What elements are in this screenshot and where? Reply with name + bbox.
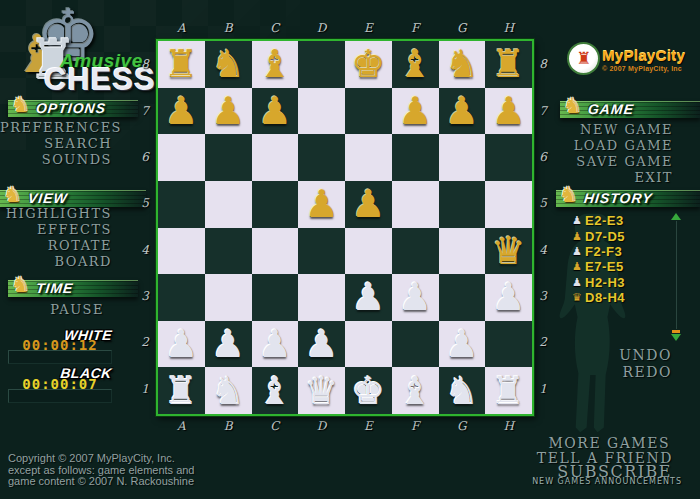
rank-labels-left: 87654321 — [137, 41, 153, 412]
new-games-announcements-link[interactable]: NEW GAMES ANNOUNCEMENTS — [532, 477, 682, 486]
coord-label-1: 1 — [137, 366, 153, 412]
white-bishop-piece: ♝ — [258, 372, 292, 410]
file-labels-bottom: ABCDEFGH — [158, 419, 532, 433]
black-pawn-piece: ♟ — [211, 92, 245, 130]
file-labels-top: ABCDEFGH — [158, 21, 532, 35]
castle-icon: ♜ — [576, 50, 591, 67]
square-c3[interactable] — [252, 274, 299, 321]
menu-item-sounds[interactable]: SOUNDS — [0, 152, 112, 168]
history-move-text: D7-D5 — [585, 229, 625, 244]
copyright-line-3: game content © 2007 N. Rackoushine — [8, 476, 195, 488]
square-c1[interactable]: ♝ — [252, 367, 299, 414]
black-king-piece: ♚ — [351, 45, 385, 83]
white-rook-piece: ♜ — [164, 372, 198, 410]
white-pawn-piece: ♟ — [258, 325, 292, 363]
square-d7[interactable] — [298, 88, 345, 135]
square-a7[interactable]: ♟ — [158, 88, 205, 135]
menu-item-search[interactable]: SEARCH — [0, 136, 112, 152]
history-scroll-down-icon[interactable] — [671, 334, 681, 341]
square-d5[interactable]: ♟ — [298, 181, 345, 228]
menu-item-preferences[interactable]: PREFERENCES — [0, 120, 112, 136]
coord-label-a: A — [158, 419, 205, 433]
square-c4[interactable] — [252, 228, 299, 275]
square-f5[interactable] — [392, 181, 439, 228]
square-c2[interactable]: ♟ — [252, 321, 299, 368]
history-scrollbar-track[interactable] — [676, 221, 677, 329]
square-a4[interactable] — [158, 228, 205, 275]
black-knight-piece: ♞ — [211, 45, 245, 83]
white-pawn-piece: ♟ — [398, 278, 432, 316]
menu-item-load-game[interactable]: LOAD GAME — [561, 138, 673, 154]
coord-label-7: 7 — [137, 87, 153, 133]
coord-label-4: 4 — [535, 227, 551, 273]
square-f3[interactable]: ♟ — [392, 274, 439, 321]
square-d2[interactable]: ♟ — [298, 321, 345, 368]
history-move-text: E2-E3 — [585, 213, 624, 228]
menu-item-save-game[interactable]: SAVE GAME — [561, 154, 673, 170]
white-bishop-piece: ♝ — [398, 372, 432, 410]
myplaycity-title[interactable]: MyPlayCity — [602, 47, 685, 64]
square-e4[interactable] — [345, 228, 392, 275]
square-f8[interactable]: ♝ — [392, 41, 439, 88]
coord-label-8: 8 — [137, 41, 153, 87]
square-e6[interactable] — [345, 134, 392, 181]
square-f4[interactable] — [392, 228, 439, 275]
menu-item-highlights[interactable]: HIGHLIGHTS — [0, 206, 112, 222]
options-menu: PREFERENCESSEARCHSOUNDS — [0, 120, 112, 168]
square-b1[interactable]: ♞ — [205, 367, 252, 414]
square-d1[interactable]: ♛ — [298, 367, 345, 414]
coord-label-2: 2 — [137, 319, 153, 365]
white-knight-piece: ♞ — [211, 372, 245, 410]
white-pawn-icon: ♟ — [572, 246, 585, 257]
white-pawn-piece: ♟ — [305, 325, 339, 363]
history-move-e7-e5: ♟E7-E5 — [572, 259, 668, 274]
black-pawn-piece: ♟ — [351, 185, 385, 223]
square-h4[interactable]: ♛ — [485, 228, 532, 275]
black-pawn-icon: ♟ — [572, 231, 585, 242]
coord-label-c: C — [252, 419, 299, 433]
view-header: ♞ VIEW — [0, 190, 146, 207]
options-title: OPTIONS — [35, 100, 107, 116]
coord-label-5: 5 — [137, 180, 153, 226]
copyright-text: Copyright © 2007 MyPlayCity, Inc. except… — [8, 453, 195, 488]
black-queen-piece: ♛ — [492, 232, 526, 270]
square-h1[interactable]: ♜ — [485, 367, 532, 414]
black-clock-box — [8, 389, 112, 403]
black-queen-icon: ♛ — [572, 292, 585, 303]
menu-item-new-game[interactable]: NEW GAME — [561, 122, 673, 138]
black-rook-piece: ♜ — [492, 45, 526, 83]
black-pawn-piece: ♟ — [164, 92, 198, 130]
coord-label-b: B — [205, 419, 252, 433]
square-a6[interactable] — [158, 134, 205, 181]
history-move-e2-e3: ♟E2-E3 — [572, 213, 668, 228]
coord-label-e: E — [345, 419, 392, 433]
coord-label-b: B — [205, 21, 252, 35]
square-e8[interactable]: ♚ — [345, 41, 392, 88]
square-a3[interactable] — [158, 274, 205, 321]
undo-button[interactable]: UNDO — [619, 347, 672, 363]
square-g5[interactable] — [439, 181, 486, 228]
options-header: ♞ OPTIONS — [8, 100, 138, 117]
white-pawn-icon: ♟ — [572, 215, 585, 226]
black-pawn-piece: ♟ — [305, 185, 339, 223]
white-king-piece: ♚ — [351, 372, 385, 410]
square-g1[interactable]: ♞ — [439, 367, 486, 414]
more-games-link[interactable]: MORE GAMES — [549, 435, 670, 451]
coord-label-6: 6 — [137, 134, 153, 180]
square-f1[interactable]: ♝ — [392, 367, 439, 414]
square-h3[interactable]: ♟ — [485, 274, 532, 321]
coord-label-d: D — [298, 419, 345, 433]
square-b2[interactable]: ♟ — [205, 321, 252, 368]
black-pawn-icon: ♟ — [572, 261, 585, 272]
square-b8[interactable]: ♞ — [205, 41, 252, 88]
white-queen-piece: ♛ — [305, 372, 339, 410]
black-pawn-piece: ♟ — [492, 92, 526, 130]
square-b5[interactable] — [205, 181, 252, 228]
rank-labels-right: 87654321 — [535, 41, 551, 412]
coord-label-h: H — [485, 21, 532, 35]
white-knight-piece: ♞ — [445, 372, 479, 410]
black-bishop-piece: ♝ — [258, 45, 292, 83]
history-scroll-thumb[interactable] — [672, 330, 680, 333]
coord-label-3: 3 — [137, 273, 153, 319]
time-menu: PAUSE — [0, 302, 104, 318]
coord-label-8: 8 — [535, 41, 551, 87]
game-title: GAME — [587, 101, 635, 117]
square-a5[interactable] — [158, 181, 205, 228]
menu-item-rotate-board[interactable]: ROTATE BOARD — [0, 238, 112, 270]
menu-item-effects[interactable]: EFFECTS — [0, 222, 112, 238]
coord-label-6: 6 — [535, 134, 551, 180]
square-c5[interactable] — [252, 181, 299, 228]
square-e7[interactable] — [345, 88, 392, 135]
square-h2[interactable] — [485, 321, 532, 368]
square-g3[interactable] — [439, 274, 486, 321]
game-menu: NEW GAMELOAD GAMESAVE GAMEEXIT — [561, 122, 673, 186]
coord-label-5: 5 — [535, 180, 551, 226]
myplaycity-logo-icon[interactable]: ♜ — [567, 42, 600, 75]
square-d4[interactable] — [298, 228, 345, 275]
square-h5[interactable] — [485, 181, 532, 228]
square-g4[interactable] — [439, 228, 486, 275]
knight-icon: ♞ — [11, 275, 30, 296]
history-move-text: F2-F3 — [585, 244, 622, 259]
square-b4[interactable] — [205, 228, 252, 275]
redo-button[interactable]: REDO — [623, 364, 672, 380]
history-header: ♞ HISTORY — [556, 190, 700, 207]
coord-label-c: C — [252, 21, 299, 35]
knight-icon: ♞ — [11, 95, 30, 116]
view-menu: HIGHLIGHTSEFFECTSROTATE BOARD — [0, 206, 112, 270]
white-rook-piece: ♜ — [492, 372, 526, 410]
square-h8[interactable]: ♜ — [485, 41, 532, 88]
time-title: TIME — [35, 280, 74, 296]
coord-label-g: G — [439, 21, 486, 35]
square-d3[interactable] — [298, 274, 345, 321]
view-title: VIEW — [27, 190, 68, 206]
white-pawn-piece: ♟ — [351, 278, 385, 316]
time-header: ♞ TIME — [8, 280, 138, 297]
history-move-text: H2-H3 — [585, 275, 625, 290]
coord-label-2: 2 — [535, 319, 551, 365]
coord-label-3: 3 — [535, 273, 551, 319]
white-clock-box — [8, 350, 112, 364]
chess-board: ♜♞♝♚♝♞♜♟♟♟♟♟♟♟♟♛♟♟♟♟♟♟♟♟♜♞♝♛♚♝♞♜ — [158, 41, 532, 414]
black-knight-piece: ♞ — [445, 45, 479, 83]
coord-label-4: 4 — [137, 227, 153, 273]
square-b6[interactable] — [205, 134, 252, 181]
black-pawn-piece: ♟ — [398, 92, 432, 130]
board-frame: ♜♞♝♚♝♞♜♟♟♟♟♟♟♟♟♛♟♟♟♟♟♟♟♟♜♞♝♛♚♝♞♜ — [156, 39, 534, 416]
coord-label-e: E — [345, 21, 392, 35]
square-h6[interactable] — [485, 134, 532, 181]
coord-label-a: A — [158, 21, 205, 35]
square-f7[interactable]: ♟ — [392, 88, 439, 135]
square-d6[interactable] — [298, 134, 345, 181]
square-c6[interactable] — [252, 134, 299, 181]
myplaycity-copyright: © 2007 MyPlayCity, Inc — [602, 65, 682, 72]
square-e2[interactable] — [345, 321, 392, 368]
black-rook-piece: ♜ — [164, 45, 198, 83]
knight-icon: ♞ — [559, 185, 578, 206]
history-move-h2-h3: ♟H2-H3 — [572, 275, 668, 290]
black-bishop-piece: ♝ — [398, 45, 432, 83]
coord-label-g: G — [439, 419, 486, 433]
square-b7[interactable]: ♟ — [205, 88, 252, 135]
white-pawn-icon: ♟ — [572, 277, 585, 288]
menu-item-pause[interactable]: PAUSE — [0, 302, 104, 318]
white-pawn-piece: ♟ — [211, 325, 245, 363]
square-g7[interactable]: ♟ — [439, 88, 486, 135]
game-header: ♞ GAME — [560, 101, 700, 118]
square-g2[interactable]: ♟ — [439, 321, 486, 368]
white-pawn-piece: ♟ — [445, 325, 479, 363]
history-move-f2-f3: ♟F2-F3 — [572, 244, 668, 259]
square-e1[interactable]: ♚ — [345, 367, 392, 414]
square-f2[interactable] — [392, 321, 439, 368]
history-list: ♟E2-E3♟D7-D5♟F2-F3♟E7-E5♟H2-H3♛D8-H4 — [572, 213, 668, 305]
history-move-text: D8-H4 — [585, 290, 625, 305]
white-pawn-piece: ♟ — [492, 278, 526, 316]
square-a1[interactable]: ♜ — [158, 367, 205, 414]
knight-icon: ♞ — [563, 96, 582, 117]
square-a2[interactable]: ♟ — [158, 321, 205, 368]
coord-label-d: D — [298, 21, 345, 35]
black-pawn-piece: ♟ — [258, 92, 292, 130]
coord-label-h: H — [485, 419, 532, 433]
history-move-d8-h4: ♛D8-H4 — [572, 290, 668, 305]
square-e3[interactable]: ♟ — [345, 274, 392, 321]
black-pawn-piece: ♟ — [445, 92, 479, 130]
history-move-text: E7-E5 — [585, 259, 624, 274]
coord-label-f: F — [392, 21, 439, 35]
knight-icon: ♞ — [3, 185, 22, 206]
square-g8[interactable]: ♞ — [439, 41, 486, 88]
square-f6[interactable] — [392, 134, 439, 181]
square-a8[interactable]: ♜ — [158, 41, 205, 88]
square-g6[interactable] — [439, 134, 486, 181]
coord-label-f: F — [392, 419, 439, 433]
square-d8[interactable] — [298, 41, 345, 88]
history-title: HISTORY — [583, 190, 653, 206]
square-c8[interactable]: ♝ — [252, 41, 299, 88]
square-b3[interactable] — [205, 274, 252, 321]
coord-label-7: 7 — [535, 87, 551, 133]
copyright-line-1: Copyright © 2007 MyPlayCity, Inc. — [8, 453, 195, 465]
square-c7[interactable]: ♟ — [252, 88, 299, 135]
square-h7[interactable]: ♟ — [485, 88, 532, 135]
history-move-d7-d5: ♟D7-D5 — [572, 228, 668, 243]
square-e5[interactable]: ♟ — [345, 181, 392, 228]
white-pawn-piece: ♟ — [164, 325, 198, 363]
coord-label-1: 1 — [535, 366, 551, 412]
history-scroll-up-icon[interactable] — [671, 213, 681, 220]
